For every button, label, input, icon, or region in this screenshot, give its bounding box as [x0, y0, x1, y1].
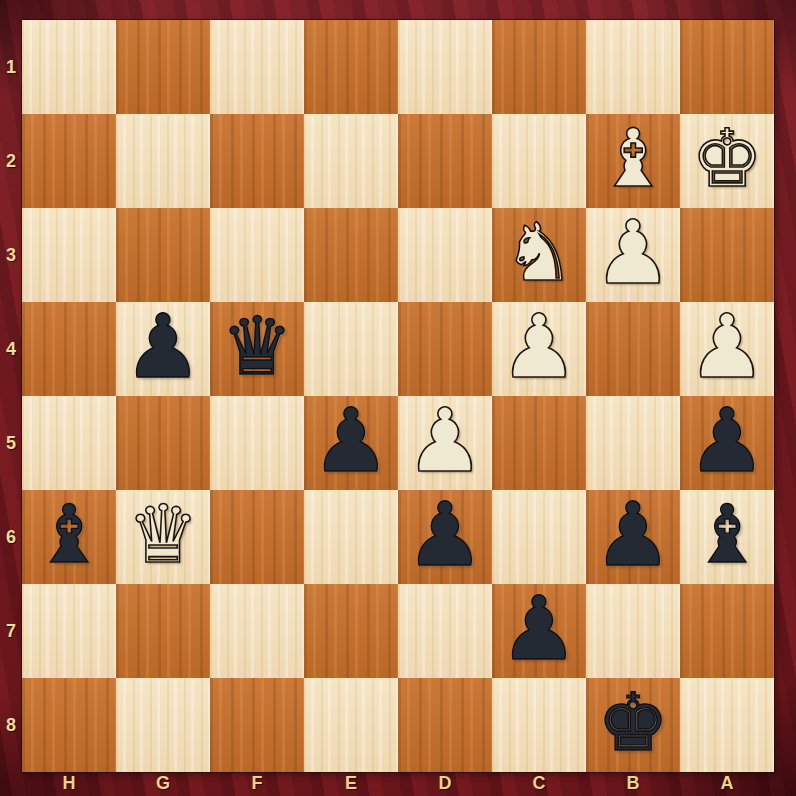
file-label-e: E — [304, 771, 398, 796]
chess-board: ♝♚♞♟♟♛♟♟♟♟♟♝♛♟♟♝♟♚ — [22, 20, 774, 772]
square-a2[interactable]: ♚ — [680, 114, 774, 208]
square-d6[interactable]: ♟ — [398, 490, 492, 584]
square-f8[interactable] — [210, 678, 304, 772]
piece-black-pawn[interactable]: ♟ — [406, 491, 485, 579]
square-b5[interactable] — [586, 396, 680, 490]
rank-label-3: 3 — [0, 208, 22, 302]
square-c7[interactable]: ♟ — [492, 584, 586, 678]
piece-white-king[interactable]: ♚ — [691, 119, 763, 199]
piece-black-pawn[interactable]: ♟ — [500, 585, 579, 673]
square-d1[interactable] — [398, 20, 492, 114]
rank-label-8: 8 — [0, 678, 22, 772]
square-e8[interactable] — [304, 678, 398, 772]
file-label-b: B — [586, 771, 680, 796]
piece-white-pawn[interactable]: ♟ — [688, 303, 767, 391]
square-b3[interactable]: ♟ — [586, 208, 680, 302]
square-a5[interactable]: ♟ — [680, 396, 774, 490]
square-h8[interactable] — [22, 678, 116, 772]
file-label-a: A — [680, 771, 774, 796]
square-e4[interactable] — [304, 302, 398, 396]
piece-white-pawn[interactable]: ♟ — [406, 397, 485, 485]
square-b6[interactable]: ♟ — [586, 490, 680, 584]
square-c5[interactable] — [492, 396, 586, 490]
square-g5[interactable] — [116, 396, 210, 490]
square-h4[interactable] — [22, 302, 116, 396]
square-b4[interactable] — [586, 302, 680, 396]
square-e3[interactable] — [304, 208, 398, 302]
square-d2[interactable] — [398, 114, 492, 208]
square-d5[interactable]: ♟ — [398, 396, 492, 490]
square-h3[interactable] — [22, 208, 116, 302]
square-g4[interactable]: ♟ — [116, 302, 210, 396]
piece-white-queen[interactable]: ♛ — [127, 495, 199, 575]
square-h6[interactable]: ♝ — [22, 490, 116, 584]
square-f5[interactable] — [210, 396, 304, 490]
square-f2[interactable] — [210, 114, 304, 208]
square-a4[interactable]: ♟ — [680, 302, 774, 396]
rank-label-4: 4 — [0, 302, 22, 396]
piece-black-pawn[interactable]: ♟ — [124, 303, 203, 391]
piece-black-queen[interactable]: ♛ — [221, 307, 293, 387]
square-e5[interactable]: ♟ — [304, 396, 398, 490]
piece-black-bishop[interactable]: ♝ — [33, 495, 105, 575]
file-label-h: H — [22, 771, 116, 796]
square-g2[interactable] — [116, 114, 210, 208]
square-e6[interactable] — [304, 490, 398, 584]
square-a7[interactable] — [680, 584, 774, 678]
square-b7[interactable] — [586, 584, 680, 678]
square-g7[interactable] — [116, 584, 210, 678]
square-c4[interactable]: ♟ — [492, 302, 586, 396]
file-label-d: D — [398, 771, 492, 796]
rank-label-7: 7 — [0, 584, 22, 678]
square-f1[interactable] — [210, 20, 304, 114]
square-d7[interactable] — [398, 584, 492, 678]
square-a8[interactable] — [680, 678, 774, 772]
piece-black-king[interactable]: ♚ — [597, 683, 669, 763]
square-b8[interactable]: ♚ — [586, 678, 680, 772]
square-f7[interactable] — [210, 584, 304, 678]
square-c8[interactable] — [492, 678, 586, 772]
square-d3[interactable] — [398, 208, 492, 302]
board-frame: ♝♚♞♟♟♛♟♟♟♟♟♝♛♟♟♝♟♚ 12345678HGFEDCBA — [0, 0, 796, 796]
square-h5[interactable] — [22, 396, 116, 490]
rank-label-2: 2 — [0, 114, 22, 208]
piece-black-bishop[interactable]: ♝ — [691, 495, 763, 575]
rank-label-1: 1 — [0, 20, 22, 114]
square-h7[interactable] — [22, 584, 116, 678]
square-e7[interactable] — [304, 584, 398, 678]
square-f3[interactable] — [210, 208, 304, 302]
square-d8[interactable] — [398, 678, 492, 772]
square-g1[interactable] — [116, 20, 210, 114]
square-a6[interactable]: ♝ — [680, 490, 774, 584]
square-c6[interactable] — [492, 490, 586, 584]
square-c3[interactable]: ♞ — [492, 208, 586, 302]
square-f6[interactable] — [210, 490, 304, 584]
piece-white-pawn[interactable]: ♟ — [594, 209, 673, 297]
square-c2[interactable] — [492, 114, 586, 208]
file-label-g: G — [116, 771, 210, 796]
square-a3[interactable] — [680, 208, 774, 302]
rank-label-6: 6 — [0, 490, 22, 584]
file-label-f: F — [210, 771, 304, 796]
square-d4[interactable] — [398, 302, 492, 396]
piece-black-pawn[interactable]: ♟ — [312, 397, 391, 485]
square-b2[interactable]: ♝ — [586, 114, 680, 208]
square-g8[interactable] — [116, 678, 210, 772]
rank-label-5: 5 — [0, 396, 22, 490]
square-h2[interactable] — [22, 114, 116, 208]
piece-white-bishop[interactable]: ♝ — [597, 119, 669, 199]
square-g3[interactable] — [116, 208, 210, 302]
square-b1[interactable] — [586, 20, 680, 114]
square-e1[interactable] — [304, 20, 398, 114]
piece-black-pawn[interactable]: ♟ — [688, 397, 767, 485]
piece-white-pawn[interactable]: ♟ — [500, 303, 579, 391]
piece-black-pawn[interactable]: ♟ — [594, 491, 673, 579]
file-label-c: C — [492, 771, 586, 796]
piece-white-knight[interactable]: ♞ — [503, 213, 575, 293]
square-c1[interactable] — [492, 20, 586, 114]
square-f4[interactable]: ♛ — [210, 302, 304, 396]
square-g6[interactable]: ♛ — [116, 490, 210, 584]
square-e2[interactable] — [304, 114, 398, 208]
square-a1[interactable] — [680, 20, 774, 114]
square-h1[interactable] — [22, 20, 116, 114]
